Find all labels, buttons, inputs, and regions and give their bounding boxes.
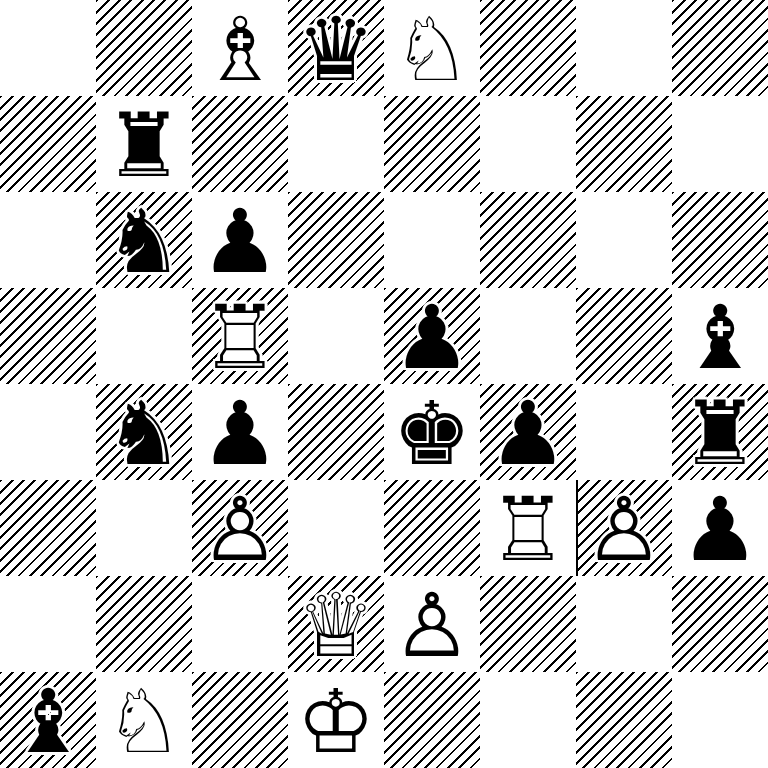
square-d3[interactable] [288, 480, 384, 576]
black-bishop-h5: ♝ [672, 288, 768, 384]
piece-halo: ♜ [672, 384, 768, 480]
black-rook-b7: ♜ [96, 96, 192, 192]
piece-halo: ♝ [192, 0, 288, 96]
square-a6[interactable] [0, 192, 96, 288]
square-g1[interactable] [576, 672, 672, 768]
square-e6[interactable] [384, 192, 480, 288]
piece-halo: ♜ [192, 288, 288, 384]
black-pawn-f4: ♟ [480, 384, 576, 480]
square-c4[interactable]: ♟♟ [192, 384, 288, 480]
square-c3[interactable]: ♟♙ [192, 480, 288, 576]
piece-halo: ♟ [192, 480, 288, 576]
black-queen-d8: ♛ [288, 0, 384, 96]
black-pawn-e5: ♟ [384, 288, 480, 384]
white-rook-f3: ♖ [480, 480, 576, 576]
square-f8[interactable] [480, 0, 576, 96]
square-f3[interactable]: ♜♖ [480, 480, 576, 576]
stray-line-artifact [576, 480, 578, 576]
square-d8[interactable]: ♛♛ [288, 0, 384, 96]
white-bishop-c8: ♗ [192, 0, 288, 96]
square-g8[interactable] [576, 0, 672, 96]
square-g2[interactable] [576, 576, 672, 672]
piece-halo: ♟ [576, 480, 672, 576]
square-d7[interactable] [288, 96, 384, 192]
square-a1[interactable]: ♝♝ [0, 672, 96, 768]
black-pawn-c6: ♟ [192, 192, 288, 288]
piece-halo: ♟ [672, 480, 768, 576]
white-knight-b1: ♘ [96, 672, 192, 768]
square-a5[interactable] [0, 288, 96, 384]
square-h8[interactable] [672, 0, 768, 96]
piece-halo: ♟ [192, 384, 288, 480]
square-e7[interactable] [384, 96, 480, 192]
square-c5[interactable]: ♜♖ [192, 288, 288, 384]
square-h4[interactable]: ♜♜ [672, 384, 768, 480]
chess-board-diagram: ♝♗♛♛♞♘♜♜♞♞♟♟♜♖♟♟♝♝♞♞♟♟♚♚♟♟♜♜♟♙♜♖♟♙♟♟♛♕♟♙… [0, 0, 768, 768]
square-g3[interactable]: ♟♙ [576, 480, 672, 576]
square-b6[interactable]: ♞♞ [96, 192, 192, 288]
square-e8[interactable]: ♞♘ [384, 0, 480, 96]
piece-halo: ♛ [288, 0, 384, 96]
square-f7[interactable] [480, 96, 576, 192]
square-a4[interactable] [0, 384, 96, 480]
square-f2[interactable] [480, 576, 576, 672]
piece-halo: ♞ [96, 192, 192, 288]
piece-halo: ♛ [288, 576, 384, 672]
piece-halo: ♞ [96, 672, 192, 768]
square-h2[interactable] [672, 576, 768, 672]
piece-halo: ♜ [480, 480, 576, 576]
black-pawn-h3: ♟ [672, 480, 768, 576]
piece-halo: ♝ [672, 288, 768, 384]
square-d6[interactable] [288, 192, 384, 288]
square-b5[interactable] [96, 288, 192, 384]
square-g4[interactable] [576, 384, 672, 480]
square-b3[interactable] [96, 480, 192, 576]
square-h1[interactable] [672, 672, 768, 768]
piece-halo: ♞ [384, 0, 480, 96]
square-f6[interactable] [480, 192, 576, 288]
square-g6[interactable] [576, 192, 672, 288]
square-g5[interactable] [576, 288, 672, 384]
black-knight-b4: ♞ [96, 384, 192, 480]
piece-halo: ♚ [384, 384, 480, 480]
square-b2[interactable] [96, 576, 192, 672]
piece-halo: ♟ [192, 192, 288, 288]
white-rook-c5: ♖ [192, 288, 288, 384]
piece-halo: ♜ [96, 96, 192, 192]
square-c2[interactable] [192, 576, 288, 672]
square-f1[interactable] [480, 672, 576, 768]
black-pawn-c4: ♟ [192, 384, 288, 480]
square-d5[interactable] [288, 288, 384, 384]
square-e5[interactable]: ♟♟ [384, 288, 480, 384]
square-a7[interactable] [0, 96, 96, 192]
square-c7[interactable] [192, 96, 288, 192]
square-b8[interactable] [96, 0, 192, 96]
square-b1[interactable]: ♞♘ [96, 672, 192, 768]
square-e2[interactable]: ♟♙ [384, 576, 480, 672]
square-e3[interactable] [384, 480, 480, 576]
piece-halo: ♟ [480, 384, 576, 480]
square-g7[interactable] [576, 96, 672, 192]
piece-halo: ♞ [96, 384, 192, 480]
piece-halo: ♟ [384, 288, 480, 384]
white-pawn-c3: ♙ [192, 480, 288, 576]
square-d1[interactable]: ♚♔ [288, 672, 384, 768]
white-queen-d2: ♕ [288, 576, 384, 672]
square-h7[interactable] [672, 96, 768, 192]
white-pawn-e2: ♙ [384, 576, 480, 672]
white-knight-e8: ♘ [384, 0, 480, 96]
square-h5[interactable]: ♝♝ [672, 288, 768, 384]
square-e1[interactable] [384, 672, 480, 768]
square-d4[interactable] [288, 384, 384, 480]
black-rook-h4: ♜ [672, 384, 768, 480]
chess-board: ♝♗♛♛♞♘♜♜♞♞♟♟♜♖♟♟♝♝♞♞♟♟♚♚♟♟♜♜♟♙♜♖♟♙♟♟♛♕♟♙… [0, 0, 768, 768]
square-f5[interactable] [480, 288, 576, 384]
square-h6[interactable] [672, 192, 768, 288]
square-f4[interactable]: ♟♟ [480, 384, 576, 480]
piece-halo: ♝ [0, 672, 96, 768]
black-king-e4: ♚ [384, 384, 480, 480]
square-b7[interactable]: ♜♜ [96, 96, 192, 192]
piece-halo: ♟ [384, 576, 480, 672]
square-a3[interactable] [0, 480, 96, 576]
piece-halo: ♚ [288, 672, 384, 768]
black-bishop-a1: ♝ [0, 672, 96, 768]
square-d2[interactable]: ♛♕ [288, 576, 384, 672]
square-c8[interactable]: ♝♗ [192, 0, 288, 96]
square-e4[interactable]: ♚♚ [384, 384, 480, 480]
square-b4[interactable]: ♞♞ [96, 384, 192, 480]
square-a2[interactable] [0, 576, 96, 672]
black-knight-b6: ♞ [96, 192, 192, 288]
white-pawn-g3: ♙ [576, 480, 672, 576]
square-a8[interactable] [0, 0, 96, 96]
square-c1[interactable] [192, 672, 288, 768]
square-c6[interactable]: ♟♟ [192, 192, 288, 288]
white-king-d1: ♔ [288, 672, 384, 768]
square-h3[interactable]: ♟♟ [672, 480, 768, 576]
